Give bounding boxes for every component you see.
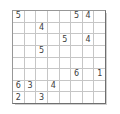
grid-cell-r2c7[interactable]	[83, 23, 94, 34]
grid-cell-r8c5[interactable]	[60, 92, 71, 103]
grid-cell-r3c8[interactable]	[94, 34, 105, 45]
grid-cell-r5c4[interactable]	[48, 58, 59, 69]
grid-cell-r5c3[interactable]	[36, 58, 47, 69]
grid-cell-r1c2[interactable]	[25, 11, 36, 22]
grid-cell-r7c6[interactable]	[71, 81, 82, 92]
grid-cell-r5c8[interactable]	[94, 58, 105, 69]
grid-cell-r8c8[interactable]	[94, 92, 105, 103]
grid-cell-r2c2[interactable]	[25, 23, 36, 34]
grid-cell-r5c7[interactable]	[83, 58, 94, 69]
grid-cell-r7c3[interactable]	[36, 81, 47, 92]
grid-cell-r6c7[interactable]	[83, 69, 94, 80]
grid-cell-r3c4[interactable]	[48, 34, 59, 45]
grid-cell-r7c1[interactable]: 6	[13, 81, 24, 92]
grid-cell-r2c6[interactable]	[71, 23, 82, 34]
grid-cell-r7c2[interactable]: 3	[25, 81, 36, 92]
grid-cell-r6c5[interactable]	[60, 69, 71, 80]
grid-cell-r5c6[interactable]	[71, 58, 82, 69]
grid-cell-r8c4[interactable]	[48, 92, 59, 103]
grid-cell-r8c3[interactable]: 3	[36, 92, 47, 103]
grid-cell-r4c8[interactable]	[94, 46, 105, 57]
grid-cell-r4c4[interactable]	[48, 46, 59, 57]
grid-cell-r6c2[interactable]	[25, 69, 36, 80]
grid-cell-r4c3[interactable]: 5	[36, 46, 47, 57]
grid-cell-r8c7[interactable]	[83, 92, 94, 103]
grid-cell-r3c5[interactable]: 5	[60, 34, 71, 45]
grid-cell-r3c1[interactable]	[13, 34, 24, 45]
grid-cell-r4c2[interactable]	[25, 46, 36, 57]
grid-cell-r2c3[interactable]: 4	[36, 23, 47, 34]
grid-cell-r6c6[interactable]: 6	[71, 69, 82, 80]
grid-cell-r1c7[interactable]: 4	[83, 11, 94, 22]
grid-cell-r2c8[interactable]	[94, 23, 105, 34]
grid-cell-r4c6[interactable]	[71, 46, 82, 57]
grid-cell-r2c5[interactable]	[60, 23, 71, 34]
grid-cell-r1c8[interactable]	[94, 11, 105, 22]
page-background: 55445456163423	[0, 0, 120, 114]
puzzle-board: 55445456163423	[12, 10, 106, 104]
grid-cell-r7c8[interactable]	[94, 81, 105, 92]
grid-cell-r1c6[interactable]: 5	[71, 11, 82, 22]
grid-cell-r1c5[interactable]	[60, 11, 71, 22]
grid-cell-r6c1[interactable]	[13, 69, 24, 80]
grid-cell-r4c7[interactable]	[83, 46, 94, 57]
grid-cell-r3c3[interactable]	[36, 34, 47, 45]
grid-cell-r2c4[interactable]	[48, 23, 59, 34]
grid-cell-r3c2[interactable]	[25, 34, 36, 45]
grid-cell-r1c1[interactable]: 5	[13, 11, 24, 22]
grid-cell-r5c5[interactable]	[60, 58, 71, 69]
grid-cell-r7c7[interactable]	[83, 81, 94, 92]
grid-cell-r8c6[interactable]	[71, 92, 82, 103]
grid-cell-r3c6[interactable]	[71, 34, 82, 45]
grid-cell-r6c3[interactable]	[36, 69, 47, 80]
grid-cell-r6c8[interactable]: 1	[94, 69, 105, 80]
grid-cell-r1c3[interactable]	[36, 11, 47, 22]
grid-cell-r3c7[interactable]: 4	[83, 34, 94, 45]
grid-cell-r1c4[interactable]	[48, 11, 59, 22]
grid-cell-r5c1[interactable]	[13, 58, 24, 69]
grid-cell-r2c1[interactable]	[13, 23, 24, 34]
grid-cell-r7c5[interactable]	[60, 81, 71, 92]
grid-cell-r6c4[interactable]	[48, 69, 59, 80]
grid-cell-r8c2[interactable]	[25, 92, 36, 103]
grid-cell-r7c4[interactable]: 4	[48, 81, 59, 92]
grid-cell-r5c2[interactable]	[25, 58, 36, 69]
grid-cell-r4c5[interactable]	[60, 46, 71, 57]
grid-cell-r8c1[interactable]: 2	[13, 92, 24, 103]
grid-cell-r4c1[interactable]	[13, 46, 24, 57]
